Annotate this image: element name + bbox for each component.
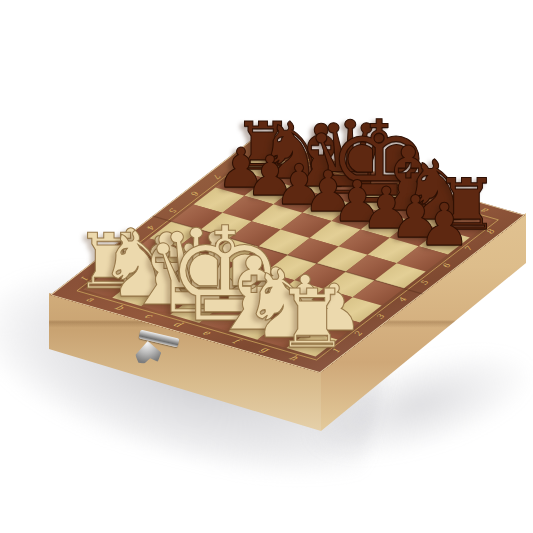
file-label-back-f: f (333, 165, 345, 172)
file-label-back-e: e (361, 173, 375, 181)
file-label-front-f: f (230, 337, 242, 344)
file-label-front-c: c (142, 312, 156, 320)
file-label-front-e: e (200, 329, 214, 337)
rank-label-right-1: 1 (329, 348, 343, 354)
latch-clasp (133, 330, 179, 366)
file-label-back-g: g (303, 156, 317, 164)
rank-label-right-5: 5 (417, 280, 431, 286)
file-label-front-d: d (171, 320, 185, 328)
rank-label-right-7: 7 (461, 246, 475, 252)
rank-label-right-3: 3 (373, 314, 387, 320)
file-label-back-a: a (478, 207, 492, 215)
rank-label-right-6: 6 (439, 263, 453, 269)
file-label-back-h: h (274, 148, 288, 156)
rank-label-right-4: 4 (395, 297, 409, 303)
file-label-back-c: c (420, 190, 434, 198)
file-label-front-g: g (258, 345, 272, 353)
file-label-back-d: d (390, 182, 404, 190)
file-label-back-b: b (448, 198, 462, 206)
file-label-front-a: a (84, 295, 98, 303)
file-label-front-h: h (287, 354, 301, 362)
rank-label-right-2: 2 (351, 331, 365, 337)
rank-label-right-8: 8 (483, 229, 497, 235)
chess-set-photo: aabbccddeeffgghh1122334455667788 ♜♞♝♛♚♝♞… (0, 0, 533, 533)
file-label-front-b: b (112, 303, 126, 311)
